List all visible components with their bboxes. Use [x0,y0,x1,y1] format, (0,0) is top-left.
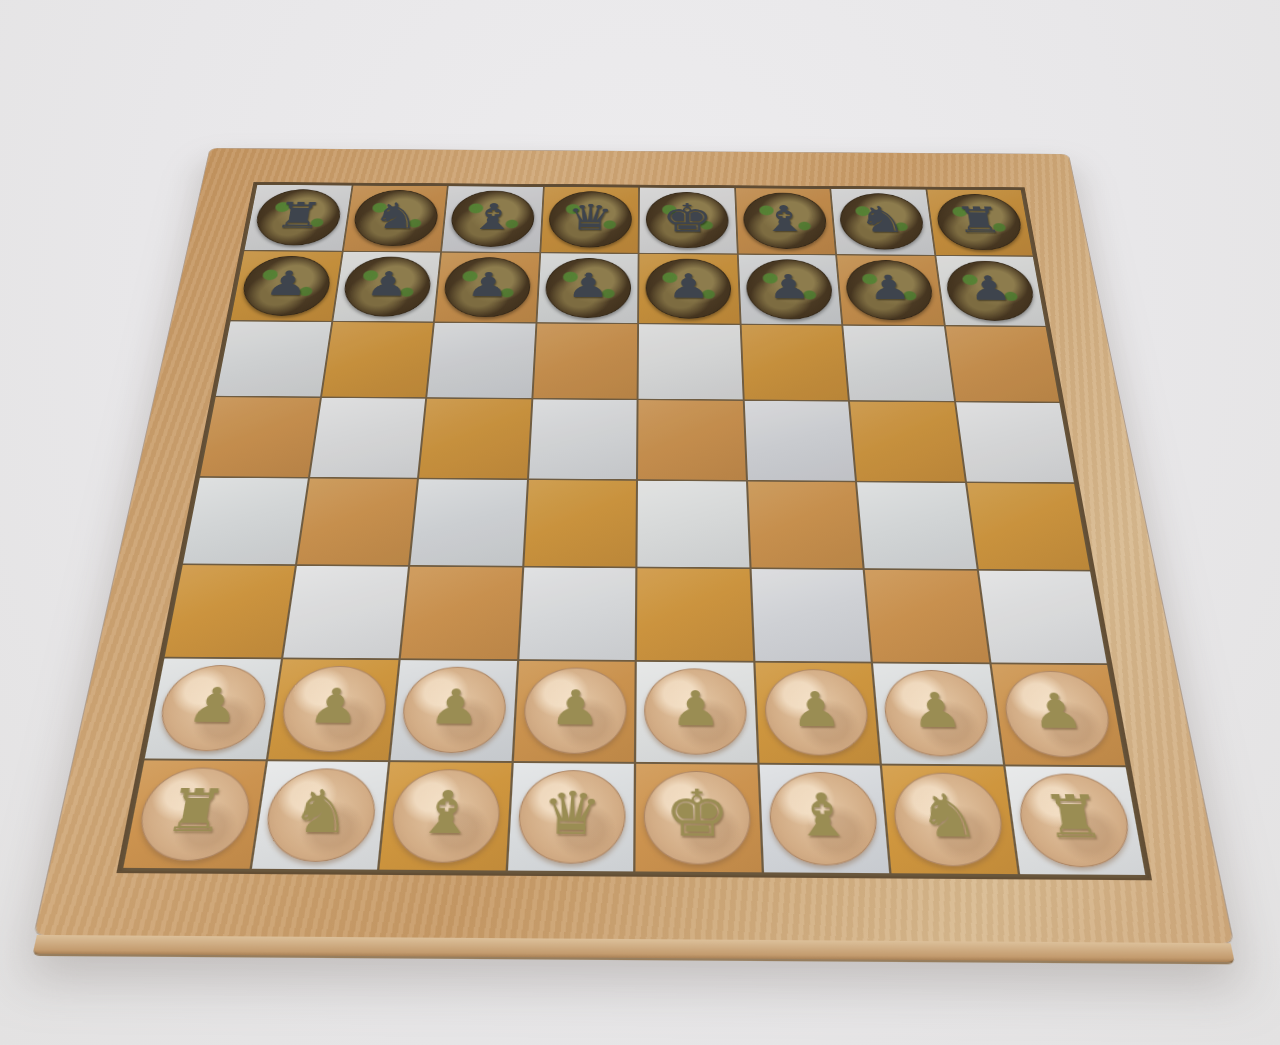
square-b2[interactable]: ♟ [268,659,399,759]
board-frame: ♜♞♝♛♚♝♞♜♟♟♟♟♟♟♟♟♟♟♟♟♟♟♟♟♜♞♝♛♚♝♞♜ [35,148,1234,943]
square-e7[interactable]: ♟ [639,254,739,324]
square-f2[interactable]: ♟ [755,663,880,764]
square-h4[interactable] [967,483,1090,569]
photo-background: ♜♞♝♛♚♝♞♜♟♟♟♟♟♟♟♟♟♟♟♟♟♟♟♟♜♞♝♛♚♝♞♜ [0,0,1280,1045]
white-pawn[interactable]: ♟ [145,656,280,756]
square-g4[interactable] [857,482,976,568]
square-e3[interactable] [637,568,753,661]
square-d6[interactable] [533,324,637,399]
chess-board: ♜♞♝♛♚♝♞♜♟♟♟♟♟♟♟♟♟♟♟♟♟♟♟♟♜♞♝♛♚♝♞♜ [123,185,1145,875]
square-b6[interactable] [322,322,433,397]
black-pawn[interactable]: ♟ [837,253,943,323]
square-g2[interactable]: ♟ [873,663,1002,764]
white-king[interactable]: ♚ [635,760,761,869]
square-e6[interactable] [639,324,743,399]
square-g1[interactable]: ♞ [882,765,1017,874]
square-a6[interactable] [216,321,331,396]
square-b7[interactable]: ♟ [333,252,440,322]
white-pawn[interactable]: ♟ [755,660,880,760]
black-knight[interactable]: ♞ [344,184,447,249]
square-g8[interactable]: ♞ [831,189,934,255]
square-a8[interactable]: ♜ [245,185,352,250]
square-a3[interactable] [165,565,295,658]
white-pawn[interactable]: ♟ [636,659,756,759]
white-bishop[interactable]: ♝ [380,759,511,868]
square-h8[interactable]: ♜ [927,190,1033,256]
square-d5[interactable] [529,399,637,479]
square-a5[interactable] [200,397,319,477]
square-c6[interactable] [427,323,535,398]
black-pawn[interactable]: ♟ [738,253,841,323]
white-pawn[interactable]: ♟ [991,662,1125,762]
black-pawn[interactable]: ♟ [936,254,1045,324]
square-c8[interactable]: ♝ [442,186,542,251]
square-d7[interactable]: ♟ [537,253,638,323]
square-b1[interactable]: ♞ [251,761,388,870]
square-b3[interactable] [283,565,408,658]
square-f5[interactable] [744,401,855,481]
square-d2[interactable]: ♟ [513,661,634,761]
square-a4[interactable] [183,478,307,564]
square-d8[interactable]: ♛ [541,187,638,253]
square-c4[interactable] [410,479,526,565]
square-b4[interactable] [297,478,417,564]
square-b8[interactable]: ♞ [343,186,447,251]
black-pawn[interactable]: ♟ [333,250,440,320]
black-rook[interactable]: ♜ [927,188,1033,253]
black-queen[interactable]: ♛ [541,185,638,250]
square-f6[interactable] [741,325,848,400]
black-knight[interactable]: ♞ [831,187,934,252]
square-g5[interactable] [850,401,964,481]
square-b5[interactable] [310,398,426,478]
square-c1[interactable]: ♝ [379,762,511,871]
black-pawn[interactable]: ♟ [231,249,341,319]
square-g3[interactable] [865,569,989,662]
square-e5[interactable] [638,400,745,480]
white-rook[interactable]: ♜ [1005,763,1145,872]
square-c2[interactable]: ♟ [391,660,517,760]
square-h6[interactable] [945,326,1059,401]
board-surface: ♜♞♝♛♚♝♞♜♟♟♟♟♟♟♟♟♟♟♟♟♟♟♟♟♜♞♝♛♚♝♞♜ [116,182,1152,880]
square-g6[interactable] [843,326,953,401]
white-knight[interactable]: ♞ [252,758,389,867]
square-h7[interactable]: ♟ [936,256,1046,326]
white-pawn[interactable]: ♟ [873,661,1002,761]
white-rook[interactable]: ♜ [124,757,266,866]
square-d4[interactable] [524,480,636,566]
square-a2[interactable]: ♟ [145,658,280,758]
square-f1[interactable]: ♝ [759,764,889,873]
black-bishop[interactable]: ♝ [442,185,542,250]
square-c7[interactable]: ♟ [435,252,539,322]
black-pawn[interactable]: ♟ [537,251,638,321]
square-f3[interactable] [751,569,871,662]
board-3d-wrapper: ♜♞♝♛♚♝♞♜♟♟♟♟♟♟♟♟♟♟♟♟♟♟♟♟♜♞♝♛♚♝♞♜ [35,148,1234,943]
square-h3[interactable] [978,570,1106,663]
white-pawn[interactable]: ♟ [391,657,517,757]
square-f7[interactable]: ♟ [738,254,841,324]
white-queen[interactable]: ♛ [508,760,634,869]
white-pawn[interactable]: ♟ [268,657,399,757]
square-a7[interactable]: ♟ [231,251,342,321]
square-c3[interactable] [401,566,522,659]
square-e4[interactable] [637,481,749,567]
black-pawn[interactable]: ♟ [639,252,739,322]
square-c5[interactable] [419,398,531,478]
square-e2[interactable]: ♟ [636,662,757,762]
square-d3[interactable] [519,567,636,660]
black-king[interactable]: ♚ [640,186,737,251]
square-f4[interactable] [748,482,863,568]
square-f8[interactable]: ♝ [736,188,836,254]
square-h1[interactable]: ♜ [1005,766,1145,875]
white-pawn[interactable]: ♟ [513,658,634,758]
square-g7[interactable]: ♟ [837,255,943,325]
black-rook[interactable]: ♜ [245,183,352,248]
black-bishop[interactable]: ♝ [735,187,834,252]
black-pawn[interactable]: ♟ [435,250,539,320]
square-e8[interactable]: ♚ [639,188,736,254]
square-d1[interactable]: ♛ [507,762,633,871]
square-h2[interactable]: ♟ [991,664,1125,765]
square-h5[interactable] [956,402,1074,482]
white-bishop[interactable]: ♝ [759,761,889,870]
square-e1[interactable]: ♚ [635,763,761,872]
white-knight[interactable]: ♞ [882,762,1017,871]
square-a1[interactable]: ♜ [123,760,265,869]
